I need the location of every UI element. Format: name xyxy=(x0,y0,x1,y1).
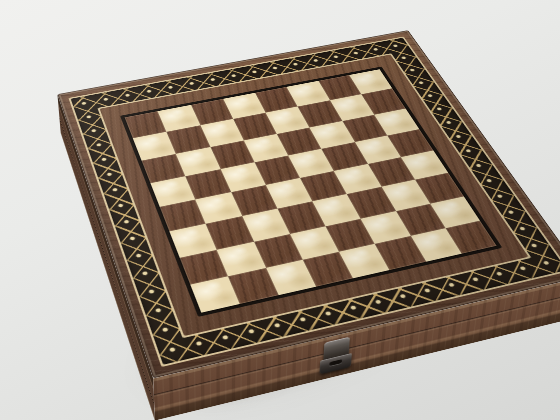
latch xyxy=(319,336,353,376)
chess-box xyxy=(57,30,560,378)
photo-background xyxy=(0,0,560,420)
scene xyxy=(0,0,560,420)
